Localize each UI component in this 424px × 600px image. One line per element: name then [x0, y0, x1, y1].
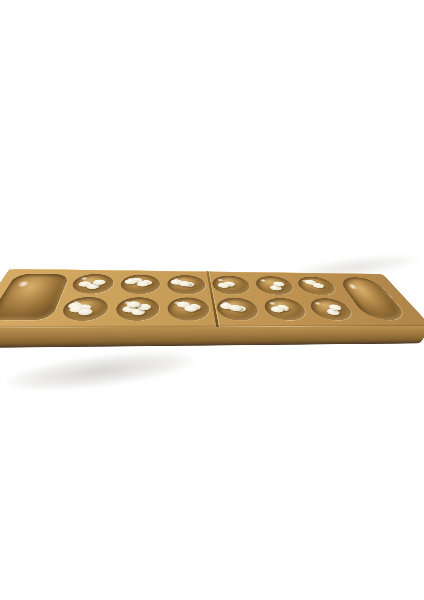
pit-front-6[interactable]	[306, 298, 357, 320]
board-top-surface	[0, 269, 424, 328]
seed-stone	[92, 280, 106, 285]
pit-front-3[interactable]	[168, 297, 211, 320]
seed-stone	[178, 281, 190, 286]
seed-stone	[275, 305, 290, 311]
seed-stone	[78, 308, 94, 315]
seed-stone	[177, 302, 190, 308]
board-perspective-wrapper	[0, 220, 423, 372]
seed-stone	[184, 305, 198, 311]
pit-front-5[interactable]	[261, 298, 310, 320]
pit-back-6[interactable]	[294, 277, 340, 296]
seed-stone	[131, 309, 145, 316]
pit-back-2[interactable]	[119, 274, 160, 294]
seed-stone	[137, 304, 151, 310]
board-front-edge	[0, 326, 424, 348]
seed-stone	[76, 304, 92, 310]
pit-front-1[interactable]	[59, 297, 110, 321]
pit-front-2[interactable]	[114, 297, 159, 321]
seed-stone	[217, 283, 230, 288]
seed-stone	[68, 306, 84, 313]
pit-front-4[interactable]	[215, 298, 261, 321]
seed-stone	[232, 306, 246, 312]
seed-stone	[228, 305, 242, 311]
seed-stone	[187, 304, 201, 310]
seed-stone	[136, 281, 149, 286]
seed-stone	[270, 307, 285, 313]
mancala-board	[0, 269, 424, 328]
pit-back-4[interactable]	[211, 275, 253, 294]
pit-back-1[interactable]	[69, 274, 115, 294]
seed-stone	[124, 279, 137, 284]
seed-stone	[122, 306, 136, 312]
seed-stone	[219, 303, 233, 309]
pit-back-5[interactable]	[253, 276, 297, 295]
seed-stone	[326, 309, 342, 315]
seed-stone	[126, 301, 140, 307]
seed-stone	[327, 305, 343, 311]
product-photo-stage	[0, 0, 424, 600]
seed-stone	[311, 283, 325, 288]
pit-back-3[interactable]	[167, 275, 206, 294]
seed-stone	[67, 302, 83, 308]
